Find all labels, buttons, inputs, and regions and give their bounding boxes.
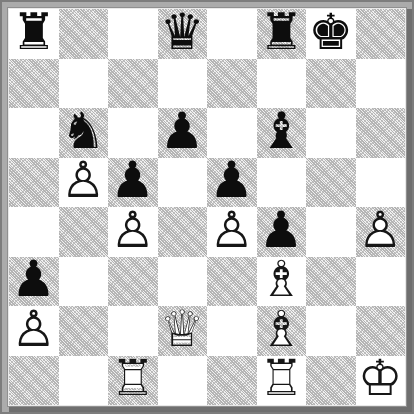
piece-white-pawn[interactable]: ♟♙ xyxy=(108,207,158,257)
square-h2[interactable] xyxy=(356,306,406,356)
square-g4[interactable] xyxy=(306,207,356,257)
square-a7[interactable] xyxy=(9,59,59,109)
square-g3[interactable] xyxy=(306,257,356,307)
square-b6[interactable]: ♞ xyxy=(59,108,109,158)
piece-white-bishop[interactable]: ♝♗ xyxy=(257,306,307,356)
square-a8[interactable]: ♜ xyxy=(9,9,59,59)
piece-black-rook[interactable]: ♜ xyxy=(9,9,59,59)
piece-black-pawn[interactable]: ♟ xyxy=(207,158,257,208)
square-e6[interactable] xyxy=(207,108,257,158)
square-h3[interactable] xyxy=(356,257,406,307)
piece-white-pawn[interactable]: ♟♙ xyxy=(356,207,406,257)
square-e4[interactable]: ♟♙ xyxy=(207,207,257,257)
piece-black-pawn[interactable]: ♟ xyxy=(158,108,208,158)
square-d2[interactable]: ♛♕ xyxy=(158,306,208,356)
piece-black-pawn[interactable]: ♟ xyxy=(257,207,307,257)
square-d7[interactable] xyxy=(158,59,208,109)
square-b2[interactable] xyxy=(59,306,109,356)
piece-white-queen[interactable]: ♛♕ xyxy=(158,306,208,356)
square-e2[interactable] xyxy=(207,306,257,356)
square-h8[interactable] xyxy=(356,9,406,59)
square-c4[interactable]: ♟♙ xyxy=(108,207,158,257)
piece-white-pawn[interactable]: ♟♙ xyxy=(59,158,109,208)
square-h7[interactable] xyxy=(356,59,406,109)
square-a5[interactable] xyxy=(9,158,59,208)
square-d3[interactable] xyxy=(158,257,208,307)
square-b7[interactable] xyxy=(59,59,109,109)
square-h5[interactable] xyxy=(356,158,406,208)
square-e3[interactable] xyxy=(207,257,257,307)
square-e5[interactable]: ♟ xyxy=(207,158,257,208)
piece-black-pawn[interactable]: ♟ xyxy=(9,257,59,307)
square-c3[interactable] xyxy=(108,257,158,307)
board-frame: ♜♛♜♚♞♟♝♟♙♟♟♟♙♟♙♟♟♙♟♝♗♟♙♛♕♝♗♜♖♜♖♚♔ xyxy=(0,0,414,414)
piece-black-pawn[interactable]: ♟ xyxy=(108,158,158,208)
square-d1[interactable] xyxy=(158,356,208,406)
piece-white-rook[interactable]: ♜♖ xyxy=(108,356,158,406)
square-h6[interactable] xyxy=(356,108,406,158)
square-f1[interactable]: ♜♖ xyxy=(257,356,307,406)
square-e7[interactable] xyxy=(207,59,257,109)
piece-black-knight[interactable]: ♞ xyxy=(59,108,109,158)
square-b1[interactable] xyxy=(59,356,109,406)
piece-black-rook[interactable]: ♜ xyxy=(257,9,307,59)
piece-black-queen[interactable]: ♛ xyxy=(158,9,208,59)
square-d5[interactable] xyxy=(158,158,208,208)
square-e1[interactable] xyxy=(207,356,257,406)
square-f6[interactable]: ♝ xyxy=(257,108,307,158)
square-f8[interactable]: ♜ xyxy=(257,9,307,59)
square-g2[interactable] xyxy=(306,306,356,356)
square-a6[interactable] xyxy=(9,108,59,158)
square-b5[interactable]: ♟♙ xyxy=(59,158,109,208)
square-c8[interactable] xyxy=(108,9,158,59)
square-h4[interactable]: ♟♙ xyxy=(356,207,406,257)
square-c1[interactable]: ♜♖ xyxy=(108,356,158,406)
square-b3[interactable] xyxy=(59,257,109,307)
square-b8[interactable] xyxy=(59,9,109,59)
square-e8[interactable] xyxy=(207,9,257,59)
square-d6[interactable]: ♟ xyxy=(158,108,208,158)
square-d4[interactable] xyxy=(158,207,208,257)
square-h1[interactable]: ♚♔ xyxy=(356,356,406,406)
square-d8[interactable]: ♛ xyxy=(158,9,208,59)
square-g7[interactable] xyxy=(306,59,356,109)
square-c6[interactable] xyxy=(108,108,158,158)
square-f2[interactable]: ♝♗ xyxy=(257,306,307,356)
square-b4[interactable] xyxy=(59,207,109,257)
piece-white-king[interactable]: ♚♔ xyxy=(356,356,406,406)
square-g1[interactable] xyxy=(306,356,356,406)
square-f5[interactable] xyxy=(257,158,307,208)
chess-board: ♜♛♜♚♞♟♝♟♙♟♟♟♙♟♙♟♟♙♟♝♗♟♙♛♕♝♗♜♖♜♖♚♔ xyxy=(9,9,405,405)
square-a2[interactable]: ♟♙ xyxy=(9,306,59,356)
piece-white-pawn[interactable]: ♟♙ xyxy=(9,306,59,356)
square-a4[interactable] xyxy=(9,207,59,257)
square-f7[interactable] xyxy=(257,59,307,109)
square-c7[interactable] xyxy=(108,59,158,109)
piece-black-bishop[interactable]: ♝ xyxy=(257,108,307,158)
square-f3[interactable]: ♝♗ xyxy=(257,257,307,307)
piece-white-bishop[interactable]: ♝♗ xyxy=(257,257,307,307)
piece-white-pawn[interactable]: ♟♙ xyxy=(207,207,257,257)
square-g8[interactable]: ♚ xyxy=(306,9,356,59)
square-g6[interactable] xyxy=(306,108,356,158)
square-c2[interactable] xyxy=(108,306,158,356)
piece-black-king[interactable]: ♚ xyxy=(306,9,356,59)
square-g5[interactable] xyxy=(306,158,356,208)
square-f4[interactable]: ♟ xyxy=(257,207,307,257)
square-c5[interactable]: ♟ xyxy=(108,158,158,208)
square-a1[interactable] xyxy=(9,356,59,406)
piece-white-rook[interactable]: ♜♖ xyxy=(257,356,307,406)
square-a3[interactable]: ♟ xyxy=(9,257,59,307)
